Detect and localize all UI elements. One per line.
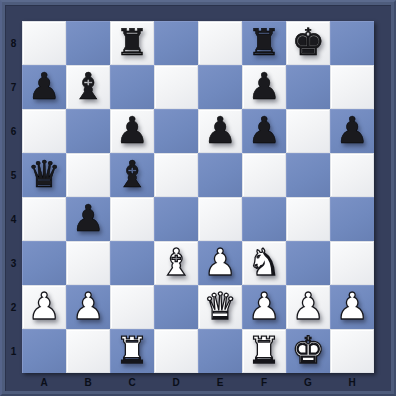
rank-label-7: 7 [5,65,22,109]
square-h2[interactable]: ♟ [330,285,374,329]
square-a3[interactable] [22,241,66,285]
file-label-f: F [242,373,286,391]
square-c2[interactable] [110,285,154,329]
square-h4[interactable] [330,197,374,241]
square-a6[interactable] [22,109,66,153]
square-b6[interactable] [66,109,110,153]
square-e8[interactable] [198,21,242,65]
square-e2[interactable]: ♛ [198,285,242,329]
piece-white-rook: ♜ [115,329,148,373]
square-d1[interactable] [154,329,198,373]
piece-black-queen: ♛ [27,153,60,197]
square-a1[interactable] [22,329,66,373]
piece-white-pawn: ♟ [27,285,60,329]
piece-white-knight: ♞ [247,241,280,285]
square-e3[interactable]: ♟ [198,241,242,285]
piece-white-pawn: ♟ [247,285,280,329]
rank-label-3: 3 [5,241,22,285]
piece-white-pawn: ♟ [291,285,324,329]
square-e1[interactable] [198,329,242,373]
chess-board: ♜♜♚♟♝♟♟♟♟♟♛♝♟♝♟♞♟♟♛♟♟♟♜♜♚ [22,21,374,373]
rank-label-8: 8 [5,21,22,65]
chess-diagram: 87654321 ABCDEFGH ♜♜♚♟♝♟♟♟♟♟♛♝♟♝♟♞♟♟♛♟♟♟… [0,0,396,396]
piece-white-bishop: ♝ [159,241,192,285]
square-a7[interactable]: ♟ [22,65,66,109]
square-d2[interactable] [154,285,198,329]
piece-white-pawn: ♟ [71,285,104,329]
square-e6[interactable]: ♟ [198,109,242,153]
square-b4[interactable]: ♟ [66,197,110,241]
square-d7[interactable] [154,65,198,109]
square-b3[interactable] [66,241,110,285]
square-f1[interactable]: ♜ [242,329,286,373]
square-f7[interactable]: ♟ [242,65,286,109]
square-g7[interactable] [286,65,330,109]
square-b1[interactable] [66,329,110,373]
file-label-g: G [286,373,330,391]
square-a4[interactable] [22,197,66,241]
square-c3[interactable] [110,241,154,285]
square-g1[interactable]: ♚ [286,329,330,373]
square-a8[interactable] [22,21,66,65]
piece-black-rook: ♜ [115,21,148,65]
piece-white-rook: ♜ [247,329,280,373]
square-b8[interactable] [66,21,110,65]
file-label-d: D [154,373,198,391]
square-d6[interactable] [154,109,198,153]
square-g3[interactable] [286,241,330,285]
piece-black-rook: ♜ [247,21,280,65]
file-label-e: E [198,373,242,391]
piece-white-king: ♚ [291,329,324,373]
square-c6[interactable]: ♟ [110,109,154,153]
piece-black-bishop: ♝ [115,153,148,197]
piece-white-pawn: ♟ [335,285,368,329]
rank-label-4: 4 [5,197,22,241]
rank-label-5: 5 [5,153,22,197]
piece-black-pawn: ♟ [203,109,236,153]
rank-label-1: 1 [5,329,22,373]
square-c1[interactable]: ♜ [110,329,154,373]
square-c8[interactable]: ♜ [110,21,154,65]
piece-white-queen: ♛ [203,285,236,329]
piece-black-pawn: ♟ [335,109,368,153]
square-h5[interactable] [330,153,374,197]
square-d8[interactable] [154,21,198,65]
square-b2[interactable]: ♟ [66,285,110,329]
piece-black-king: ♚ [291,21,324,65]
square-f2[interactable]: ♟ [242,285,286,329]
square-c5[interactable]: ♝ [110,153,154,197]
square-d3[interactable]: ♝ [154,241,198,285]
piece-white-pawn: ♟ [203,241,236,285]
square-c4[interactable] [110,197,154,241]
square-h7[interactable] [330,65,374,109]
square-e4[interactable] [198,197,242,241]
piece-black-pawn: ♟ [247,65,280,109]
square-g4[interactable] [286,197,330,241]
square-g5[interactable] [286,153,330,197]
square-b7[interactable]: ♝ [66,65,110,109]
square-e7[interactable] [198,65,242,109]
piece-black-pawn: ♟ [71,197,104,241]
square-g6[interactable] [286,109,330,153]
square-d4[interactable] [154,197,198,241]
piece-black-pawn: ♟ [247,109,280,153]
rank-labels: 87654321 [5,21,22,373]
piece-black-pawn: ♟ [115,109,148,153]
square-f5[interactable] [242,153,286,197]
square-e5[interactable] [198,153,242,197]
file-label-c: C [110,373,154,391]
square-d5[interactable] [154,153,198,197]
square-h1[interactable] [330,329,374,373]
square-h8[interactable] [330,21,374,65]
file-label-b: B [66,373,110,391]
file-label-h: H [330,373,374,391]
square-a2[interactable]: ♟ [22,285,66,329]
rank-label-2: 2 [5,285,22,329]
file-label-a: A [22,373,66,391]
square-h3[interactable] [330,241,374,285]
square-f3[interactable]: ♞ [242,241,286,285]
square-f4[interactable] [242,197,286,241]
square-f8[interactable]: ♜ [242,21,286,65]
square-g2[interactable]: ♟ [286,285,330,329]
piece-black-pawn: ♟ [27,65,60,109]
square-c7[interactable] [110,65,154,109]
square-h6[interactable]: ♟ [330,109,374,153]
square-b5[interactable] [66,153,110,197]
file-labels: ABCDEFGH [22,373,374,391]
square-g8[interactable]: ♚ [286,21,330,65]
square-f6[interactable]: ♟ [242,109,286,153]
rank-label-6: 6 [5,109,22,153]
piece-black-bishop: ♝ [71,65,104,109]
square-a5[interactable]: ♛ [22,153,66,197]
